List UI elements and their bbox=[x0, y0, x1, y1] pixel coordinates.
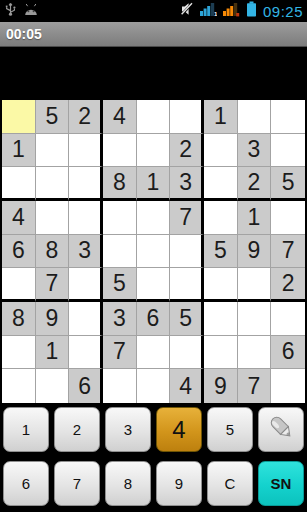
cell-r3c6[interactable]: 3 bbox=[170, 167, 204, 201]
cell-r3c7[interactable] bbox=[204, 167, 238, 201]
cell-r7c2[interactable]: 9 bbox=[36, 302, 70, 336]
cell-r1c8[interactable] bbox=[238, 100, 272, 134]
key-6[interactable]: 6 bbox=[3, 461, 49, 506]
cell-r8c1[interactable] bbox=[2, 336, 36, 370]
key-4[interactable]: 4 bbox=[156, 407, 202, 452]
cell-r9c4[interactable] bbox=[103, 369, 137, 403]
keypad: 123456789CSN bbox=[0, 405, 307, 511]
cell-r1c5[interactable] bbox=[137, 100, 171, 134]
cell-r7c5[interactable]: 6 bbox=[137, 302, 171, 336]
key-C[interactable]: C bbox=[207, 461, 253, 506]
cell-r2c3[interactable] bbox=[69, 134, 103, 168]
usb-icon bbox=[4, 1, 17, 21]
cell-r5c9[interactable]: 7 bbox=[271, 235, 305, 269]
cell-r4c9[interactable] bbox=[271, 201, 305, 235]
cell-r2c2[interactable] bbox=[36, 134, 70, 168]
cell-r6c3[interactable] bbox=[69, 268, 103, 302]
cell-r5c4[interactable] bbox=[103, 235, 137, 269]
cell-r2c4[interactable] bbox=[103, 134, 137, 168]
cell-r7c3[interactable] bbox=[69, 302, 103, 336]
cell-r5c7[interactable]: 5 bbox=[204, 235, 238, 269]
cell-r3c3[interactable] bbox=[69, 167, 103, 201]
cell-r9c2[interactable] bbox=[36, 369, 70, 403]
cell-r3c9[interactable]: 5 bbox=[271, 167, 305, 201]
cell-r6c1[interactable] bbox=[2, 268, 36, 302]
battery-icon bbox=[246, 1, 257, 21]
cell-r4c3[interactable] bbox=[69, 201, 103, 235]
cell-r6c7[interactable] bbox=[204, 268, 238, 302]
cell-r6c6[interactable] bbox=[170, 268, 204, 302]
cell-r1c9[interactable] bbox=[271, 100, 305, 134]
cell-r8c9[interactable]: 6 bbox=[271, 336, 305, 370]
cell-r8c8[interactable] bbox=[238, 336, 272, 370]
status-bar-left bbox=[4, 1, 39, 21]
cell-r7c7[interactable] bbox=[204, 302, 238, 336]
signal-icon-blue: 1 bbox=[200, 2, 217, 21]
cell-r9c9[interactable] bbox=[271, 369, 305, 403]
key-1[interactable]: 1 bbox=[3, 407, 49, 452]
cell-r4c1[interactable]: 4 bbox=[2, 201, 36, 235]
cell-r3c8[interactable]: 2 bbox=[238, 167, 272, 201]
cell-r5c8[interactable]: 9 bbox=[238, 235, 272, 269]
status-bar: 1 09:25 bbox=[0, 0, 307, 22]
sudoku-app-screen: 1 09:25 00:05 bbox=[0, 0, 307, 512]
cell-r4c5[interactable] bbox=[137, 201, 171, 235]
cell-r8c2[interactable]: 1 bbox=[36, 336, 70, 370]
cell-r6c4[interactable]: 5 bbox=[103, 268, 137, 302]
clock-text: 09:25 bbox=[263, 3, 303, 20]
cell-r4c2[interactable] bbox=[36, 201, 70, 235]
cell-r3c5[interactable]: 1 bbox=[137, 167, 171, 201]
cell-r5c5[interactable] bbox=[137, 235, 171, 269]
key-SN[interactable]: SN bbox=[258, 461, 304, 506]
cell-r7c6[interactable]: 5 bbox=[170, 302, 204, 336]
cell-r2c7[interactable] bbox=[204, 134, 238, 168]
cell-r4c4[interactable] bbox=[103, 201, 137, 235]
cell-r9c1[interactable] bbox=[2, 369, 36, 403]
cell-r9c6[interactable]: 4 bbox=[170, 369, 204, 403]
cell-r1c2[interactable]: 5 bbox=[36, 100, 70, 134]
cell-r5c2[interactable]: 8 bbox=[36, 235, 70, 269]
sudoku-board: 524112381325471683597752893651766497 bbox=[0, 98, 307, 405]
cell-r8c4[interactable]: 7 bbox=[103, 336, 137, 370]
key-9[interactable]: 9 bbox=[156, 461, 202, 506]
cell-r5c1[interactable]: 6 bbox=[2, 235, 36, 269]
cell-r8c3[interactable] bbox=[69, 336, 103, 370]
cell-r9c3[interactable]: 6 bbox=[69, 369, 103, 403]
svg-text:1: 1 bbox=[214, 10, 217, 17]
key-8[interactable]: 8 bbox=[105, 461, 151, 506]
cell-r5c3[interactable]: 3 bbox=[69, 235, 103, 269]
cell-r2c5[interactable] bbox=[137, 134, 171, 168]
cell-r7c9[interactable] bbox=[271, 302, 305, 336]
cell-r4c8[interactable]: 1 bbox=[238, 201, 272, 235]
cell-r4c7[interactable] bbox=[204, 201, 238, 235]
cell-r8c7[interactable] bbox=[204, 336, 238, 370]
cell-r2c8[interactable]: 3 bbox=[238, 134, 272, 168]
cell-r9c7[interactable]: 9 bbox=[204, 369, 238, 403]
key-2[interactable]: 2 bbox=[54, 407, 100, 452]
cell-r2c6[interactable]: 2 bbox=[170, 134, 204, 168]
cell-r8c5[interactable] bbox=[137, 336, 171, 370]
cell-r5c6[interactable] bbox=[170, 235, 204, 269]
cell-r1c7[interactable]: 1 bbox=[204, 100, 238, 134]
signal-icon-orange bbox=[223, 2, 240, 21]
key-5[interactable]: 5 bbox=[207, 407, 253, 452]
status-bar-right: 1 09:25 bbox=[180, 1, 303, 21]
cell-r6c2[interactable]: 7 bbox=[36, 268, 70, 302]
cell-r7c4[interactable]: 3 bbox=[103, 302, 137, 336]
mute-icon bbox=[180, 2, 194, 20]
pencil-button[interactable] bbox=[258, 407, 304, 452]
cell-r9c5[interactable] bbox=[137, 369, 171, 403]
cell-r4c6[interactable]: 7 bbox=[170, 201, 204, 235]
cell-r1c4[interactable]: 4 bbox=[103, 100, 137, 134]
cell-r2c1[interactable]: 1 bbox=[2, 134, 36, 168]
cell-r7c1[interactable]: 8 bbox=[2, 302, 36, 336]
cell-r3c2[interactable] bbox=[36, 167, 70, 201]
cell-r1c3[interactable]: 2 bbox=[69, 100, 103, 134]
cell-r6c8[interactable] bbox=[238, 268, 272, 302]
cell-r7c8[interactable] bbox=[238, 302, 272, 336]
cell-r6c9[interactable]: 2 bbox=[271, 268, 305, 302]
cell-r1c6[interactable] bbox=[170, 100, 204, 134]
board-top-spacer bbox=[0, 47, 307, 98]
elapsed-time: 00:05 bbox=[6, 26, 42, 42]
key-7[interactable]: 7 bbox=[54, 461, 100, 506]
android-icon bbox=[23, 2, 39, 20]
cell-r9c8[interactable]: 7 bbox=[238, 369, 272, 403]
timer-bar: 00:05 bbox=[0, 22, 307, 47]
cell-r3c4[interactable]: 8 bbox=[103, 167, 137, 201]
cell-r1c1[interactable] bbox=[2, 100, 36, 134]
cell-r3c1[interactable] bbox=[2, 167, 36, 201]
cell-r2c9[interactable] bbox=[271, 134, 305, 168]
cell-r6c5[interactable] bbox=[137, 268, 171, 302]
cell-r8c6[interactable] bbox=[170, 336, 204, 370]
pencil-icon bbox=[265, 412, 297, 447]
key-3[interactable]: 3 bbox=[105, 407, 151, 452]
